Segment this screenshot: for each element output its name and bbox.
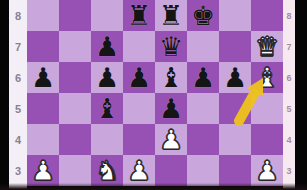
square-b6[interactable] (59, 62, 91, 93)
rank-label-left-6: 6 (9, 62, 27, 93)
rank-label-right-7: 7 (283, 31, 295, 62)
rank-label-left-3: 3 (9, 155, 27, 186)
black-pawn: ♟ (95, 62, 119, 93)
black-pawn: ♟ (191, 62, 215, 93)
square-a5[interactable] (27, 93, 59, 124)
right-black-strip (295, 0, 307, 190)
black-king: ♚ (191, 0, 215, 31)
square-d8[interactable]: ♜ (123, 0, 155, 31)
black-pawn: ♟ (127, 62, 151, 93)
left-rank-coordinates: 876543 (9, 0, 27, 190)
white-bishop: ♝ (255, 62, 279, 93)
square-b7[interactable] (59, 31, 91, 62)
square-c8[interactable] (91, 0, 123, 31)
square-a3[interactable]: ♟ (27, 155, 59, 186)
square-b4[interactable] (59, 124, 91, 155)
square-e4[interactable]: ♟ (155, 124, 187, 155)
square-h4[interactable] (251, 124, 283, 155)
square-h5[interactable] (251, 93, 283, 124)
rank-label-left-5: 5 (9, 93, 27, 124)
square-g7[interactable] (219, 31, 251, 62)
white-pawn: ♟ (159, 124, 183, 155)
black-rook: ♜ (127, 0, 151, 31)
left-black-strip (0, 0, 9, 190)
square-f8[interactable]: ♚ (187, 0, 219, 31)
square-b8[interactable] (59, 0, 91, 31)
black-queen: ♛ (159, 31, 183, 62)
square-b5[interactable] (59, 93, 91, 124)
rank-label-left-7: 7 (9, 31, 27, 62)
square-d6[interactable]: ♟ (123, 62, 155, 93)
black-pawn: ♟ (223, 62, 247, 93)
square-e7[interactable]: ♛ (155, 31, 187, 62)
square-c5[interactable]: ♝ (91, 93, 123, 124)
white-pawn: ♟ (31, 155, 55, 186)
square-b3[interactable] (59, 155, 91, 186)
square-e8[interactable]: ♜ (155, 0, 187, 31)
square-g3[interactable] (219, 155, 251, 186)
rank-label-right-3: 3 (283, 155, 295, 186)
rank-label-right-8: 8 (283, 0, 295, 31)
square-g4[interactable] (219, 124, 251, 155)
square-f3[interactable] (187, 155, 219, 186)
white-pawn: ♟ (127, 155, 151, 186)
square-f5[interactable] (187, 93, 219, 124)
chess-video-frame: 876543 ♜♜♚♟♛♛♟♟♟♝♟♟♝♝♟♟♟♞♟♟ 876543 (0, 0, 307, 190)
rank-label-right-6: 6 (283, 62, 295, 93)
square-h8[interactable] (251, 0, 283, 31)
square-f4[interactable] (187, 124, 219, 155)
square-g8[interactable] (219, 0, 251, 31)
black-pawn: ♟ (95, 31, 119, 62)
black-bishop: ♝ (159, 62, 183, 93)
square-d4[interactable] (123, 124, 155, 155)
square-g6[interactable]: ♟ (219, 62, 251, 93)
square-a8[interactable] (27, 0, 59, 31)
square-c7[interactable]: ♟ (91, 31, 123, 62)
square-f7[interactable] (187, 31, 219, 62)
rank-label-left-4: 4 (9, 124, 27, 155)
black-pawn: ♟ (159, 93, 183, 124)
square-e5[interactable]: ♟ (155, 93, 187, 124)
square-h3[interactable]: ♟ (251, 155, 283, 186)
black-bishop: ♝ (95, 93, 119, 124)
square-c6[interactable]: ♟ (91, 62, 123, 93)
chess-board: ♜♜♚♟♛♛♟♟♟♝♟♟♝♝♟♟♟♞♟♟ (27, 0, 283, 186)
square-f6[interactable]: ♟ (187, 62, 219, 93)
rank-label-right-5: 5 (283, 93, 295, 124)
square-e3[interactable] (155, 155, 187, 186)
square-h6[interactable]: ♝ (251, 62, 283, 93)
black-rook: ♜ (159, 0, 183, 31)
right-rank-coordinates: 876543 (283, 0, 295, 190)
white-knight: ♞ (95, 155, 119, 186)
square-e6[interactable]: ♝ (155, 62, 187, 93)
rank-label-right-4: 4 (283, 124, 295, 155)
white-queen: ♛ (255, 31, 279, 62)
square-d5[interactable] (123, 93, 155, 124)
square-a6[interactable]: ♟ (27, 62, 59, 93)
square-a4[interactable] (27, 124, 59, 155)
black-pawn: ♟ (31, 62, 55, 93)
square-g5[interactable] (219, 93, 251, 124)
square-c4[interactable] (91, 124, 123, 155)
rank-label-left-8: 8 (9, 0, 27, 31)
square-d7[interactable] (123, 31, 155, 62)
white-pawn: ♟ (255, 155, 279, 186)
square-a7[interactable] (27, 31, 59, 62)
square-h7[interactable]: ♛ (251, 31, 283, 62)
square-d3[interactable]: ♟ (123, 155, 155, 186)
square-c3[interactable]: ♞ (91, 155, 123, 186)
